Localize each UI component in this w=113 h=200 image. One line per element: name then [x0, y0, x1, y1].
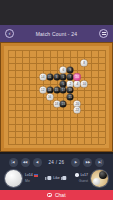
right-player-level: Lv17 — [80, 173, 88, 177]
playback-next-button[interactable]: ▶ — [71, 158, 80, 167]
message-button[interactable] — [99, 29, 108, 38]
players-row: Lv14 Me Like Lv17 Guest — [0, 170, 113, 190]
playback-bar: |◀ ◀◀ ◀ 24 / 26 ▶ ▶▶ ▶| — [0, 154, 113, 170]
status-bar — [0, 0, 113, 25]
skip-end-icon: ▶| — [98, 161, 101, 164]
gomoku-board: 123456789101112131415161718192021222324 — [1, 43, 112, 151]
rewind-icon: ◀◀ — [23, 161, 28, 164]
white-stone-icon — [93, 178, 100, 185]
stone-last-move: 24 — [74, 73, 81, 80]
stone-white: 8 — [81, 60, 88, 67]
skip-start-icon: |◀ — [12, 161, 15, 164]
left-player-avatar[interactable] — [5, 170, 22, 187]
playback-forward-button[interactable]: ▶▶ — [83, 158, 92, 167]
playback-prev-button[interactable]: ◀ — [33, 158, 42, 167]
page-title: Match Count - 24 — [36, 31, 78, 37]
chat-bar[interactable]: Chat — [0, 190, 113, 200]
left-player-name: Me — [25, 179, 38, 183]
stone-black: 7 — [67, 73, 74, 80]
back-icon: ‹ — [9, 30, 11, 36]
stone-black: 3 — [53, 73, 60, 80]
app-screen: ‹ Match Count - 24 123456789101112131415… — [0, 0, 113, 200]
chat-label: Chat — [55, 192, 66, 198]
thumbs-up-icon[interactable] — [47, 176, 51, 180]
stone-white: 10 — [81, 80, 88, 87]
right-player-name: Guest — [75, 179, 88, 183]
move-counter: 24 / 26 — [49, 160, 65, 165]
forward-icon: ▶▶ — [86, 161, 91, 164]
stone-white: 14 — [39, 73, 46, 80]
like-label: Like — [53, 176, 59, 180]
board-area: 123456789101112131415161718192021222324 — [0, 42, 113, 154]
back-button[interactable]: ‹ — [5, 29, 14, 38]
black-stone-icon — [99, 171, 107, 179]
stone-black: 9 — [67, 67, 74, 74]
stone-black: 23 — [60, 100, 67, 107]
right-player-avatar[interactable] — [91, 170, 108, 187]
stone-black: 11 — [46, 73, 53, 80]
left-player-flag-icon — [34, 174, 38, 177]
message-icon — [102, 34, 106, 35]
message-icon — [102, 32, 106, 33]
stone-white: 22 — [74, 107, 81, 114]
playback-last-button[interactable]: ▶| — [95, 158, 104, 167]
thumbs-up-icon[interactable] — [62, 176, 66, 180]
chat-bubble-icon — [47, 193, 52, 197]
left-player-info: Lv14 Me — [25, 173, 38, 183]
board-grid[interactable]: 123456789101112131415161718192021222324 — [8, 50, 105, 144]
left-player-level: Lv14 — [25, 173, 33, 177]
right-player-stone-icon — [75, 173, 79, 177]
next-icon: ▶ — [75, 161, 77, 164]
prev-icon: ◀ — [36, 161, 38, 164]
header-bar: ‹ Match Count - 24 — [0, 25, 113, 42]
stone-white: 16 — [46, 94, 53, 101]
playback-rewind-button[interactable]: ◀◀ — [21, 158, 30, 167]
playback-first-button[interactable]: |◀ — [9, 158, 18, 167]
right-player-info: Lv17 Guest — [75, 173, 88, 183]
like-widget: Like — [47, 176, 66, 180]
stone-black: 21 — [67, 94, 74, 101]
